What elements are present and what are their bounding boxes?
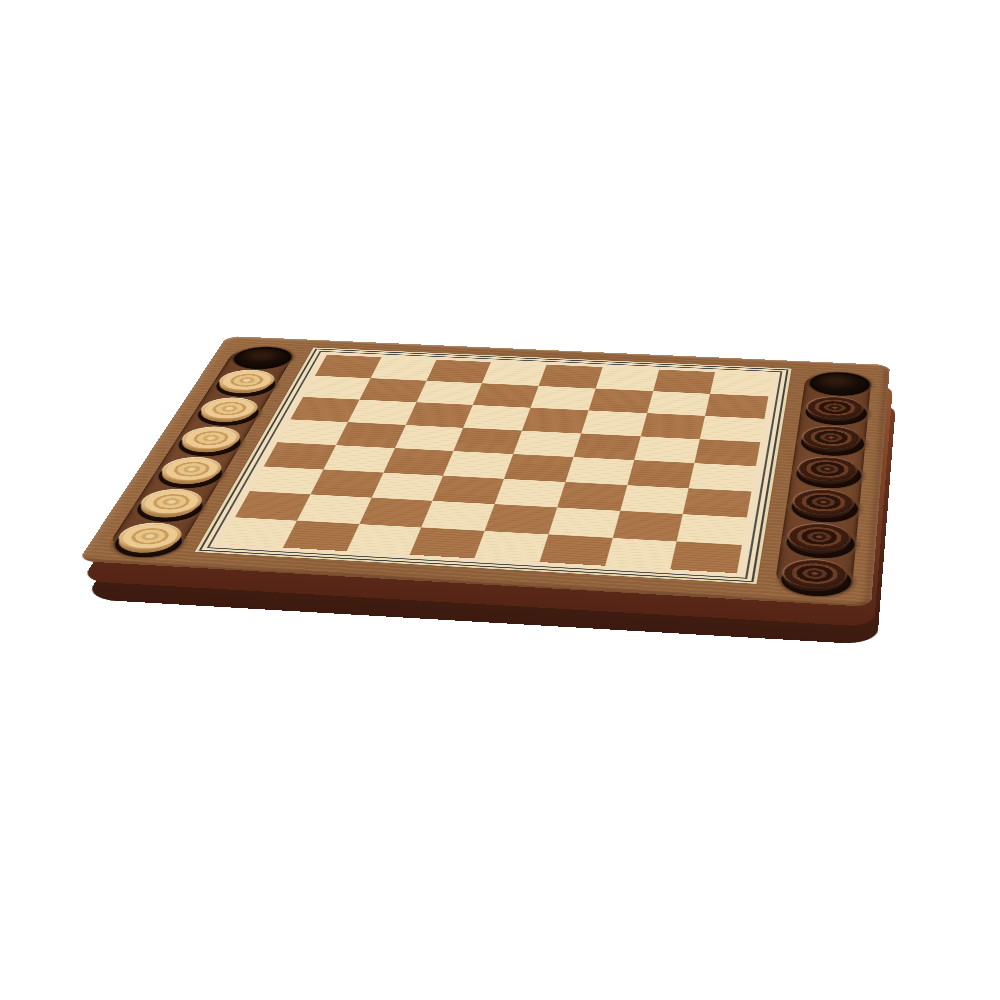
board-square bbox=[588, 388, 652, 413]
board-square bbox=[640, 413, 705, 439]
board-square bbox=[557, 482, 627, 511]
board-square bbox=[612, 511, 683, 541]
board-square bbox=[416, 381, 482, 405]
board-square bbox=[522, 408, 588, 434]
board-square bbox=[426, 360, 491, 383]
board-square bbox=[596, 367, 659, 391]
checkers-board bbox=[78, 336, 890, 607]
board-square bbox=[705, 394, 768, 419]
board-square bbox=[565, 457, 633, 485]
board-square bbox=[620, 485, 689, 514]
board-square bbox=[700, 416, 764, 442]
board-square bbox=[513, 430, 581, 457]
board-square bbox=[504, 454, 573, 482]
board-square bbox=[422, 501, 495, 531]
board-square bbox=[394, 425, 463, 451]
board-square bbox=[346, 524, 421, 555]
board-square bbox=[433, 475, 504, 504]
board-square bbox=[605, 538, 677, 570]
board-square bbox=[695, 439, 761, 466]
product-photo-scene bbox=[0, 0, 1000, 1000]
board-square bbox=[454, 428, 522, 454]
board-square bbox=[677, 514, 747, 545]
board-square bbox=[627, 460, 695, 488]
board-square bbox=[464, 405, 531, 430]
board-square bbox=[482, 362, 546, 386]
board-square bbox=[647, 391, 711, 416]
board-square bbox=[683, 488, 751, 517]
board-square bbox=[359, 498, 433, 528]
board-square bbox=[531, 386, 596, 411]
board-square bbox=[671, 541, 742, 573]
board-square bbox=[539, 534, 612, 566]
board-square bbox=[495, 479, 566, 508]
board-square bbox=[383, 448, 454, 475]
board-square bbox=[370, 357, 436, 380]
board-square bbox=[443, 451, 513, 479]
board-square bbox=[573, 433, 640, 460]
board-square bbox=[371, 472, 443, 500]
board-square bbox=[689, 463, 756, 491]
board-square bbox=[653, 370, 715, 394]
board-square bbox=[410, 527, 485, 558]
board-square bbox=[710, 372, 772, 396]
board-square bbox=[405, 402, 473, 427]
board-square bbox=[634, 436, 700, 463]
board-square bbox=[539, 365, 603, 389]
checker-grid bbox=[220, 355, 772, 573]
playfield bbox=[199, 349, 789, 583]
board-square bbox=[359, 378, 426, 402]
board-square bbox=[473, 383, 539, 408]
board-square bbox=[485, 504, 557, 534]
board-square bbox=[474, 531, 548, 562]
board-square bbox=[548, 507, 619, 537]
board-square bbox=[581, 410, 647, 436]
